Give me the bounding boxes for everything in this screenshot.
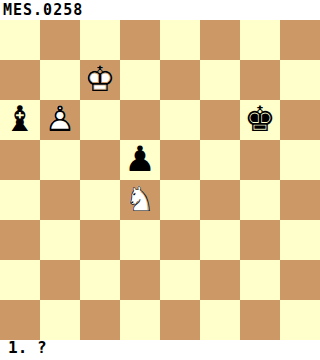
square-e4[interactable] [160,180,200,220]
square-e5[interactable] [160,140,200,180]
square-f6[interactable] [200,100,240,140]
square-b1[interactable] [40,300,80,340]
piece-glyph: ♝ [0,98,40,142]
square-d1[interactable] [120,300,160,340]
square-b6[interactable]: ♟♙ [40,100,80,140]
piece-glyph: ♟ [120,138,160,182]
square-h2[interactable] [280,260,320,300]
square-a6[interactable]: ♝ [0,100,40,140]
square-a1[interactable] [0,300,40,340]
black-bishop-piece: ♝ [0,100,40,140]
square-b7[interactable] [40,60,80,100]
white-pawn-piece: ♟♙ [40,100,80,140]
black-king-piece: ♚ [240,100,280,140]
square-f7[interactable] [200,60,240,100]
piece-fill: ♟ [40,98,80,142]
white-king-piece: ♚♔ [80,60,120,100]
square-b4[interactable] [40,180,80,220]
piece-glyph: ♚ [240,98,280,142]
square-f5[interactable] [200,140,240,180]
square-a5[interactable] [0,140,40,180]
square-b5[interactable] [40,140,80,180]
piece-glyph: ♔ [80,58,120,102]
square-c2[interactable] [80,260,120,300]
piece-glyph: ♙ [40,98,80,142]
square-d7[interactable] [120,60,160,100]
piece-glyph: ♘ [120,178,160,222]
square-f3[interactable] [200,220,240,260]
chess-board: ♚♔♝♟♙♚♟♞♘ [0,20,320,340]
square-e3[interactable] [160,220,200,260]
square-a2[interactable] [0,260,40,300]
square-d6[interactable] [120,100,160,140]
square-d8[interactable] [120,20,160,60]
square-g1[interactable] [240,300,280,340]
square-d5[interactable]: ♟ [120,140,160,180]
square-f2[interactable] [200,260,240,300]
square-c6[interactable] [80,100,120,140]
square-h5[interactable] [280,140,320,180]
square-h4[interactable] [280,180,320,220]
square-b8[interactable] [40,20,80,60]
square-b2[interactable] [40,260,80,300]
square-h6[interactable] [280,100,320,140]
square-d3[interactable] [120,220,160,260]
square-c8[interactable] [80,20,120,60]
square-e7[interactable] [160,60,200,100]
square-g4[interactable] [240,180,280,220]
square-f8[interactable] [200,20,240,60]
square-f1[interactable] [200,300,240,340]
square-g3[interactable] [240,220,280,260]
square-h7[interactable] [280,60,320,100]
square-g8[interactable] [240,20,280,60]
square-d4[interactable]: ♞♘ [120,180,160,220]
square-c3[interactable] [80,220,120,260]
square-b3[interactable] [40,220,80,260]
square-c7[interactable]: ♚♔ [80,60,120,100]
piece-fill: ♚ [80,58,120,102]
square-c1[interactable] [80,300,120,340]
move-prompt: 1. ? [8,338,47,358]
square-e2[interactable] [160,260,200,300]
square-a8[interactable] [0,20,40,60]
square-a3[interactable] [0,220,40,260]
square-g2[interactable] [240,260,280,300]
square-g5[interactable] [240,140,280,180]
chess-puzzle-window: MES.0258 ♚♔♝♟♙♚♟♞♘ 1. ? [0,0,320,360]
square-g6[interactable]: ♚ [240,100,280,140]
square-h1[interactable] [280,300,320,340]
square-h8[interactable] [280,20,320,60]
black-pawn-piece: ♟ [120,140,160,180]
square-c5[interactable] [80,140,120,180]
square-c4[interactable] [80,180,120,220]
square-e1[interactable] [160,300,200,340]
square-g7[interactable] [240,60,280,100]
square-h3[interactable] [280,220,320,260]
square-e6[interactable] [160,100,200,140]
square-a4[interactable] [0,180,40,220]
square-a7[interactable] [0,60,40,100]
square-d2[interactable] [120,260,160,300]
square-e8[interactable] [160,20,200,60]
piece-fill: ♞ [120,178,160,222]
white-knight-piece: ♞♘ [120,180,160,220]
puzzle-title: MES.0258 [3,0,83,20]
square-f4[interactable] [200,180,240,220]
